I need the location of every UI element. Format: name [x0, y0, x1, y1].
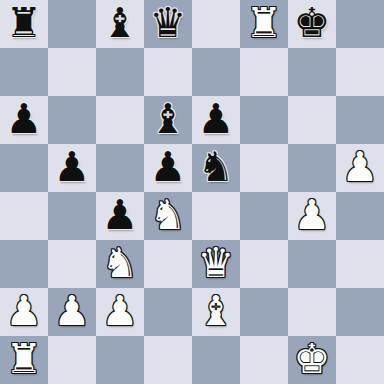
- square-d7[interactable]: [144, 48, 192, 96]
- square-f6[interactable]: [240, 96, 288, 144]
- white-knight-piece[interactable]: ♞: [102, 239, 139, 287]
- square-g7[interactable]: [288, 48, 336, 96]
- square-a4[interactable]: [0, 192, 48, 240]
- black-bishop-piece[interactable]: ♝: [102, 0, 139, 47]
- square-a6[interactable]: ♟: [0, 96, 48, 144]
- square-g1[interactable]: ♚: [288, 336, 336, 384]
- white-pawn-piece[interactable]: ♟: [54, 287, 91, 335]
- square-f1[interactable]: [240, 336, 288, 384]
- white-queen-piece[interactable]: ♛: [198, 239, 235, 287]
- white-knight-piece[interactable]: ♞: [150, 191, 187, 239]
- square-b2[interactable]: ♟: [48, 288, 96, 336]
- square-b8[interactable]: [48, 0, 96, 48]
- square-c2[interactable]: ♟: [96, 288, 144, 336]
- square-e7[interactable]: [192, 48, 240, 96]
- square-d6[interactable]: ♝: [144, 96, 192, 144]
- black-bishop-piece[interactable]: ♝: [150, 95, 187, 143]
- square-c7[interactable]: [96, 48, 144, 96]
- square-c1[interactable]: [96, 336, 144, 384]
- white-pawn-piece[interactable]: ♟: [102, 287, 139, 335]
- white-rook-piece[interactable]: ♜: [6, 335, 43, 383]
- square-f5[interactable]: [240, 144, 288, 192]
- square-e8[interactable]: [192, 0, 240, 48]
- square-h8[interactable]: [336, 0, 384, 48]
- square-a3[interactable]: [0, 240, 48, 288]
- square-d4[interactable]: ♞: [144, 192, 192, 240]
- square-h7[interactable]: [336, 48, 384, 96]
- square-h4[interactable]: [336, 192, 384, 240]
- square-d3[interactable]: [144, 240, 192, 288]
- square-e6[interactable]: ♟: [192, 96, 240, 144]
- square-h1[interactable]: [336, 336, 384, 384]
- black-pawn-piece[interactable]: ♟: [6, 95, 43, 143]
- square-f8[interactable]: ♜: [240, 0, 288, 48]
- black-pawn-piece[interactable]: ♟: [198, 95, 235, 143]
- square-g6[interactable]: [288, 96, 336, 144]
- square-b3[interactable]: [48, 240, 96, 288]
- square-e5[interactable]: ♞: [192, 144, 240, 192]
- square-c5[interactable]: [96, 144, 144, 192]
- square-g2[interactable]: [288, 288, 336, 336]
- square-h3[interactable]: [336, 240, 384, 288]
- square-c4[interactable]: ♟: [96, 192, 144, 240]
- white-bishop-piece[interactable]: ♝: [198, 287, 235, 335]
- square-e3[interactable]: ♛: [192, 240, 240, 288]
- square-g8[interactable]: ♚: [288, 0, 336, 48]
- square-a5[interactable]: [0, 144, 48, 192]
- black-pawn-piece[interactable]: ♟: [54, 143, 91, 191]
- square-e2[interactable]: ♝: [192, 288, 240, 336]
- square-c6[interactable]: [96, 96, 144, 144]
- white-pawn-piece[interactable]: ♟: [294, 191, 331, 239]
- black-pawn-piece[interactable]: ♟: [102, 191, 139, 239]
- square-d1[interactable]: [144, 336, 192, 384]
- square-b5[interactable]: ♟: [48, 144, 96, 192]
- black-pawn-piece[interactable]: ♟: [150, 143, 187, 191]
- square-c3[interactable]: ♞: [96, 240, 144, 288]
- black-knight-piece[interactable]: ♞: [198, 143, 235, 191]
- square-d2[interactable]: [144, 288, 192, 336]
- square-f4[interactable]: [240, 192, 288, 240]
- white-pawn-piece[interactable]: ♟: [342, 143, 379, 191]
- white-king-piece[interactable]: ♚: [294, 335, 331, 383]
- square-a2[interactable]: ♟: [0, 288, 48, 336]
- square-b6[interactable]: [48, 96, 96, 144]
- square-f7[interactable]: [240, 48, 288, 96]
- white-rook-piece[interactable]: ♜: [246, 0, 283, 47]
- square-g4[interactable]: ♟: [288, 192, 336, 240]
- black-rook-piece[interactable]: ♜: [6, 0, 43, 47]
- square-f2[interactable]: [240, 288, 288, 336]
- black-queen-piece[interactable]: ♛: [150, 0, 187, 47]
- square-b4[interactable]: [48, 192, 96, 240]
- square-h6[interactable]: [336, 96, 384, 144]
- square-g5[interactable]: [288, 144, 336, 192]
- square-a8[interactable]: ♜: [0, 0, 48, 48]
- square-g3[interactable]: [288, 240, 336, 288]
- square-d8[interactable]: ♛: [144, 0, 192, 48]
- square-b7[interactable]: [48, 48, 96, 96]
- square-e4[interactable]: [192, 192, 240, 240]
- square-a1[interactable]: ♜: [0, 336, 48, 384]
- square-e1[interactable]: [192, 336, 240, 384]
- square-h2[interactable]: [336, 288, 384, 336]
- black-king-piece[interactable]: ♚: [294, 0, 331, 47]
- square-b1[interactable]: [48, 336, 96, 384]
- square-h5[interactable]: ♟: [336, 144, 384, 192]
- square-d5[interactable]: ♟: [144, 144, 192, 192]
- square-f3[interactable]: [240, 240, 288, 288]
- square-a7[interactable]: [0, 48, 48, 96]
- chess-board: ♜♝♛♜♚♟♝♟♟♟♞♟♟♞♟♞♛♟♟♟♝♜♚: [0, 0, 384, 384]
- square-c8[interactable]: ♝: [96, 0, 144, 48]
- white-pawn-piece[interactable]: ♟: [6, 287, 43, 335]
